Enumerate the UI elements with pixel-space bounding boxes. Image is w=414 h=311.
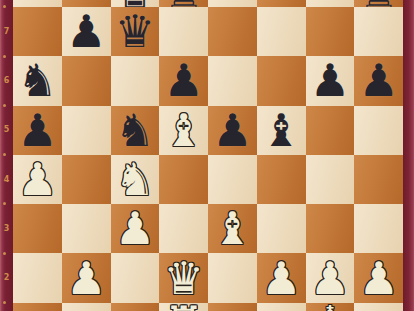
square-c6[interactable] [111,56,160,105]
piece-black-queen: ♛ [115,9,155,54]
square-c1[interactable] [111,303,160,311]
square-g3[interactable] [306,204,355,253]
rank-label-4: 4 [1,175,12,185]
frame-dot [3,252,6,255]
square-d7[interactable] [159,7,208,56]
square-h1[interactable] [354,303,403,311]
square-h4[interactable] [354,155,403,204]
piece-white-rook: ♜ [163,303,203,311]
piece-white-pawn: ♟ [17,157,57,202]
square-f8[interactable] [257,0,306,7]
frame-dot [3,104,6,107]
square-b3[interactable] [62,204,111,253]
square-c2[interactable] [111,253,160,302]
square-d4[interactable] [159,155,208,204]
square-a7[interactable] [13,7,62,56]
square-f7[interactable] [257,7,306,56]
piece-black-pawn: ♟ [17,108,57,153]
square-h3[interactable] [354,204,403,253]
square-h2[interactable]: ♟ [354,253,403,302]
square-a5[interactable]: ♟ [13,106,62,155]
square-h5[interactable] [354,106,403,155]
frame-dot [3,153,6,156]
square-d6[interactable]: ♟ [159,56,208,105]
square-b5[interactable] [62,106,111,155]
square-g5[interactable] [306,106,355,155]
piece-white-king: ♚ [310,303,350,311]
square-b2[interactable]: ♟ [62,253,111,302]
piece-black-knight: ♞ [17,58,57,103]
piece-black-pawn: ♟ [310,58,350,103]
piece-black-pawn: ♟ [358,58,398,103]
square-f4[interactable] [257,155,306,204]
square-g2[interactable]: ♟ [306,253,355,302]
piece-black-rook: ♜ [358,0,398,7]
piece-black-pawn: ♟ [163,58,203,103]
square-a2[interactable] [13,253,62,302]
square-e2[interactable] [208,253,257,302]
board-frame-right [403,0,414,311]
frame-dot [3,5,6,8]
square-b8[interactable] [62,0,111,7]
square-e3[interactable]: ♝ [208,204,257,253]
square-d1[interactable]: ♜ [159,303,208,311]
square-g6[interactable]: ♟ [306,56,355,105]
square-d2[interactable]: ♛ [159,253,208,302]
square-d3[interactable] [159,204,208,253]
rank-label-5: 5 [1,125,12,135]
rank-label-7: 7 [1,27,12,37]
chess-board: ♚♜♜♟♛♞♟♟♟♟♞♝♟♝♟♞♟♝♟♛♟♟♟♜♚ [13,0,403,311]
square-c4[interactable]: ♞ [111,155,160,204]
square-c5[interactable]: ♞ [111,106,160,155]
square-c7[interactable]: ♛ [111,7,160,56]
square-g8[interactable] [306,0,355,7]
square-a4[interactable]: ♟ [13,155,62,204]
rank-label-6: 6 [1,76,12,86]
rank-label-2: 2 [1,273,12,283]
piece-black-pawn: ♟ [212,108,252,153]
piece-white-pawn: ♟ [66,256,106,301]
piece-white-queen: ♛ [163,256,203,301]
piece-white-pawn: ♟ [310,256,350,301]
square-f3[interactable] [257,204,306,253]
piece-black-bishop: ♝ [261,108,301,153]
square-c3[interactable]: ♟ [111,204,160,253]
piece-white-pawn: ♟ [358,256,398,301]
rank-label-3: 3 [1,224,12,234]
square-c8[interactable]: ♚ [111,0,160,7]
square-b6[interactable] [62,56,111,105]
square-e7[interactable] [208,7,257,56]
square-g1[interactable]: ♚ [306,303,355,311]
square-a1[interactable] [13,303,62,311]
square-f6[interactable] [257,56,306,105]
square-d8[interactable]: ♜ [159,0,208,7]
square-a6[interactable]: ♞ [13,56,62,105]
square-e6[interactable] [208,56,257,105]
square-a3[interactable] [13,204,62,253]
square-e5[interactable]: ♟ [208,106,257,155]
chessboard-screenshot: 7 6 5 4 3 2 ♚♜♜♟♛♞♟♟♟♟♞♝♟♝♟♞♟♝♟♛♟♟♟♜♚ [0,0,414,311]
piece-black-knight: ♞ [115,108,155,153]
frame-dot [3,301,6,304]
square-g4[interactable] [306,155,355,204]
piece-black-rook: ♜ [163,0,203,7]
square-e4[interactable] [208,155,257,204]
square-d5[interactable]: ♝ [159,106,208,155]
square-f5[interactable]: ♝ [257,106,306,155]
piece-white-bishop: ♝ [212,206,252,251]
square-h8[interactable]: ♜ [354,0,403,7]
square-f2[interactable]: ♟ [257,253,306,302]
piece-white-knight: ♞ [115,157,155,202]
piece-black-pawn: ♟ [66,9,106,54]
square-g7[interactable] [306,7,355,56]
square-e1[interactable] [208,303,257,311]
square-b1[interactable] [62,303,111,311]
frame-dot [3,55,6,58]
square-a8[interactable] [13,0,62,7]
piece-white-bishop: ♝ [163,108,203,153]
square-b4[interactable] [62,155,111,204]
square-h7[interactable] [354,7,403,56]
board-frame-left: 7 6 5 4 3 2 [0,0,13,311]
piece-white-pawn: ♟ [115,206,155,251]
square-h6[interactable]: ♟ [354,56,403,105]
square-e8[interactable] [208,0,257,7]
piece-white-pawn: ♟ [261,256,301,301]
piece-black-king: ♚ [115,0,155,7]
frame-dot [3,202,6,205]
square-f1[interactable] [257,303,306,311]
square-b7[interactable]: ♟ [62,7,111,56]
